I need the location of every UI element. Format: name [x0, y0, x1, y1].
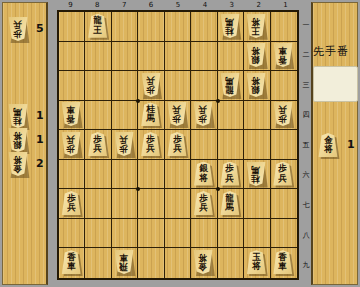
rank-label: 四	[301, 100, 311, 130]
shogi-piece-sente[interactable]: 銀将	[193, 162, 213, 186]
shogi-board[interactable]: 龍王桂馬王将銀将香車歩兵龍馬銀将香車桂馬歩兵歩兵歩兵歩兵歩兵歩兵歩兵歩兵銀将歩兵…	[57, 10, 299, 280]
board-cell-7四[interactable]	[112, 101, 138, 131]
piece-kanji: 馬	[252, 164, 261, 174]
board-cell-6二[interactable]	[138, 42, 164, 72]
piece-kanji: 将	[252, 262, 261, 272]
piece-kanji: 兵	[120, 135, 129, 145]
board-cell-5一[interactable]	[165, 12, 191, 42]
piece-kanji: 車	[67, 105, 76, 115]
shogi-app: { "game": "shogi", "turn_indicator": "先手…	[0, 0, 360, 287]
file-label: 2	[245, 1, 272, 9]
rank-label: 九	[301, 250, 311, 280]
board-cell-1八[interactable]	[271, 219, 297, 249]
rank-label: 二	[301, 40, 311, 70]
rank-labels: 一二三四五六七八九	[301, 10, 311, 280]
side-indicator-box	[313, 66, 358, 102]
board-cell-4二[interactable]	[191, 42, 217, 72]
file-label: 5	[165, 1, 192, 9]
turn-indicator: 先手番	[313, 44, 357, 59]
piece-kanji: 兵	[278, 174, 287, 184]
board-cell-6一[interactable]	[138, 12, 164, 42]
captured-count: 1	[347, 138, 359, 151]
board-cell-1一[interactable]	[271, 12, 297, 42]
piece-kanji: 兵	[67, 203, 76, 213]
rank-label: 五	[301, 130, 311, 160]
captured-count: 1	[36, 133, 48, 146]
piece-kanji: 兵	[67, 135, 76, 145]
piece-kanji: 車	[67, 262, 76, 272]
shogi-piece-sente[interactable]: 金将	[318, 133, 338, 157]
board-cell-3四[interactable]	[218, 101, 244, 131]
piece-kanji: 王	[93, 26, 102, 36]
piece-kanji: 馬	[226, 75, 235, 85]
board-cell-2四[interactable]	[244, 101, 270, 131]
captured-count: 5	[36, 22, 48, 35]
board-cell-2七[interactable]	[244, 189, 270, 219]
board-cell-8二[interactable]	[85, 42, 111, 72]
piece-kanji: 飛	[120, 262, 129, 272]
piece-kanji: 銀	[252, 55, 261, 65]
piece-kanji: 将	[14, 155, 23, 165]
board-cell-9二[interactable]	[59, 42, 85, 72]
star-point	[216, 99, 220, 103]
piece-kanji: 将	[252, 46, 261, 56]
piece-kanji: 兵	[146, 144, 155, 154]
board-cell-7三[interactable]	[112, 71, 138, 101]
board-cell-1三[interactable]	[271, 71, 297, 101]
piece-kanji: 兵	[93, 144, 102, 154]
board-cell-2五[interactable]	[244, 130, 270, 160]
board-cell-4五[interactable]	[191, 130, 217, 160]
shogi-piece-sente[interactable]: 歩兵	[61, 191, 81, 215]
shogi-piece-sente[interactable]: 龍王	[88, 14, 108, 38]
file-label: 3	[218, 1, 245, 9]
piece-kanji: 兵	[14, 20, 23, 30]
captured-piece-group[interactable]: 銀将1	[3, 128, 46, 154]
board-cell-3二[interactable]	[218, 42, 244, 72]
shogi-piece-sente[interactable]: 龍馬	[220, 191, 240, 215]
board-cell-9六[interactable]	[59, 160, 85, 190]
piece-kanji: 将	[324, 145, 333, 155]
board-cell-7一[interactable]	[112, 12, 138, 42]
board-cell-8三[interactable]	[85, 71, 111, 101]
captured-piece-group[interactable]: 金将2	[3, 152, 46, 178]
piece-kanji: 歩	[14, 29, 23, 39]
board-cell-8八[interactable]	[85, 219, 111, 249]
piece-kanji: 将	[199, 253, 208, 263]
piece-kanji: 兵	[278, 105, 287, 115]
file-label: 7	[111, 1, 138, 9]
rank-label: 七	[301, 190, 311, 220]
piece-kanji: 香	[278, 55, 287, 65]
piece-kanji: 兵	[146, 75, 155, 85]
file-label: 4	[191, 1, 218, 9]
board-cell-6八[interactable]	[138, 219, 164, 249]
piece-kanji: 歩	[146, 85, 155, 95]
piece-kanji: 馬	[146, 114, 155, 124]
piece-kanji: 銀	[14, 140, 23, 150]
piece-kanji: 将	[14, 131, 23, 141]
piece-kanji: 将	[199, 174, 208, 184]
board-cell-3八[interactable]	[218, 219, 244, 249]
piece-kanji: 金	[199, 262, 208, 272]
file-label: 8	[84, 1, 111, 9]
piece-kanji: 金	[14, 164, 23, 174]
board-cell-4三[interactable]	[191, 71, 217, 101]
board-cell-7七[interactable]	[112, 189, 138, 219]
shogi-piece-sente[interactable]: 歩兵	[167, 132, 187, 156]
shogi-piece-sente[interactable]: 香車	[61, 250, 81, 274]
piece-kanji: 歩	[120, 144, 129, 154]
board-cell-2八[interactable]	[244, 219, 270, 249]
piece-kanji: 兵	[226, 174, 235, 184]
rank-label: 一	[301, 10, 311, 40]
board-cell-1七[interactable]	[271, 189, 297, 219]
shogi-piece-sente[interactable]: 玉将	[246, 250, 266, 274]
board-cell-7六[interactable]	[112, 160, 138, 190]
board-cell-7二[interactable]	[112, 42, 138, 72]
captured-piece-group[interactable]: 歩兵5	[3, 17, 46, 43]
piece-kanji: 香	[67, 114, 76, 124]
board-cell-5八[interactable]	[165, 219, 191, 249]
piece-kanji: 兵	[199, 105, 208, 115]
board-cell-9三[interactable]	[59, 71, 85, 101]
shogi-piece-sente[interactable]: 歩兵	[220, 162, 240, 186]
board-cell-5三[interactable]	[165, 71, 191, 101]
board-cell-7八[interactable]	[112, 219, 138, 249]
piece-kanji: 馬	[226, 16, 235, 26]
piece-kanji: 馬	[226, 203, 235, 213]
board-cell-1五[interactable]	[271, 130, 297, 160]
board-cell-6九[interactable]	[138, 248, 164, 278]
shogi-piece-sente[interactable]: 歩兵	[273, 162, 293, 186]
board-cell-5九[interactable]	[165, 248, 191, 278]
board-cell-9一[interactable]	[59, 12, 85, 42]
board-cell-5七[interactable]	[165, 189, 191, 219]
rank-label: 三	[301, 70, 311, 100]
piece-kanji: 歩	[67, 144, 76, 154]
file-label: 1	[272, 1, 299, 9]
board-cell-8四[interactable]	[85, 101, 111, 131]
board-cell-6六[interactable]	[138, 160, 164, 190]
captured-piece-group[interactable]: 金将1	[313, 133, 357, 159]
shogi-piece-sente[interactable]: 香車	[273, 250, 293, 274]
board-cell-6七[interactable]	[138, 189, 164, 219]
board-cell-9八[interactable]	[59, 219, 85, 249]
gote-captured-stand: 歩兵5桂馬1銀将1金将2	[2, 2, 48, 285]
piece-kanji: 車	[278, 262, 287, 272]
piece-kanji: 車	[278, 46, 287, 56]
board-cell-8六[interactable]	[85, 160, 111, 190]
piece-kanji: 兵	[173, 144, 182, 154]
rank-label: 六	[301, 160, 311, 190]
shogi-piece-sente[interactable]: 歩兵	[88, 132, 108, 156]
piece-kanji: 兵	[173, 105, 182, 115]
piece-kanji: 歩	[199, 114, 208, 124]
board-cell-3九[interactable]	[218, 248, 244, 278]
shogi-piece-gote[interactable]: 歩兵	[141, 73, 161, 97]
shogi-piece-sente[interactable]: 歩兵	[141, 132, 161, 156]
board-cell-8七[interactable]	[85, 189, 111, 219]
piece-kanji: 馬	[14, 107, 23, 117]
board-cell-5六[interactable]	[165, 160, 191, 190]
rank-label: 八	[301, 220, 311, 250]
piece-kanji: 桂	[14, 116, 23, 126]
captured-count: 1	[36, 109, 48, 122]
piece-kanji: 将	[252, 16, 261, 26]
file-label: 6	[138, 1, 165, 9]
piece-kanji: 銀	[252, 85, 261, 95]
file-label: 9	[57, 1, 84, 9]
piece-kanji: 歩	[173, 114, 182, 124]
piece-kanji: 車	[120, 253, 129, 263]
board-cell-5二[interactable]	[165, 42, 191, 72]
board-cell-4一[interactable]	[191, 12, 217, 42]
board-cell-8九[interactable]	[85, 248, 111, 278]
piece-kanji: 兵	[199, 203, 208, 213]
piece-kanji: 歩	[278, 114, 287, 124]
shogi-piece-sente[interactable]: 桂馬	[141, 102, 161, 126]
piece-kanji: 将	[252, 75, 261, 85]
piece-kanji: 桂	[226, 26, 235, 36]
captured-count: 2	[36, 157, 48, 170]
board-cell-4八[interactable]	[191, 219, 217, 249]
captured-piece-group[interactable]: 桂馬1	[3, 104, 46, 130]
piece-kanji: 龍	[226, 85, 235, 95]
board-cell-3五[interactable]	[218, 130, 244, 160]
file-labels: 987654321	[57, 1, 299, 9]
piece-kanji: 王	[252, 26, 261, 36]
shogi-piece-sente[interactable]: 歩兵	[193, 191, 213, 215]
